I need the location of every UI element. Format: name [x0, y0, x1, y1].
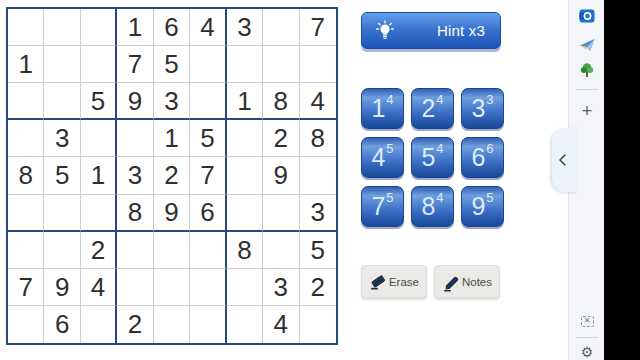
cell-r3c3[interactable]: 5 — [81, 83, 117, 120]
sudoku-board: 1643717559318431528851327989632857943262… — [6, 7, 338, 345]
notes-label: Notes — [462, 276, 499, 288]
cell-r2c4[interactable]: 7 — [117, 46, 153, 83]
cell-r2c7[interactable] — [227, 46, 263, 83]
numpad-button-1[interactable]: 14 — [361, 88, 404, 129]
cell-r9c4[interactable]: 2 — [117, 306, 153, 343]
cell-r5c6[interactable]: 7 — [190, 157, 226, 194]
cell-r2c9[interactable] — [300, 46, 336, 83]
cell-r9c6[interactable] — [190, 306, 226, 343]
erase-button[interactable]: Erase — [361, 265, 427, 298]
numpad-digit: 6 — [471, 145, 485, 170]
cell-r6c2[interactable] — [44, 195, 80, 232]
numpad-remaining-count: 4 — [436, 142, 443, 155]
cell-r2c8[interactable] — [263, 46, 299, 83]
numpad-digit: 9 — [471, 194, 485, 219]
cell-r1c9[interactable]: 7 — [300, 9, 336, 46]
numpad-remaining-count: 5 — [386, 142, 393, 155]
cell-r5c9[interactable] — [300, 157, 336, 194]
cell-r1c6[interactable]: 4 — [190, 9, 226, 46]
cell-r3c4[interactable]: 9 — [117, 83, 153, 120]
cell-r5c8[interactable]: 9 — [263, 157, 299, 194]
numpad-digit: 2 — [421, 96, 435, 121]
cell-r7c6[interactable] — [190, 232, 226, 269]
cell-r7c4[interactable] — [117, 232, 153, 269]
cell-r6c1[interactable] — [8, 195, 44, 232]
outlook-icon[interactable] — [569, 6, 605, 26]
cell-r4c3[interactable] — [81, 120, 117, 157]
cell-r5c1[interactable]: 8 — [8, 157, 44, 194]
hint-label: Hint x3 — [437, 22, 500, 39]
cell-r6c3[interactable] — [81, 195, 117, 232]
cell-r6c4[interactable]: 8 — [117, 195, 153, 232]
paper-plane-icon[interactable] — [569, 35, 605, 55]
cell-r5c3[interactable]: 1 — [81, 157, 117, 194]
cell-r1c2[interactable] — [44, 9, 80, 46]
tree-icon[interactable] — [569, 60, 605, 80]
cell-r1c8[interactable] — [263, 9, 299, 46]
sidebar-collapse-tab[interactable] — [552, 128, 578, 192]
cell-r2c5[interactable]: 5 — [154, 46, 190, 83]
cell-r2c2[interactable] — [44, 46, 80, 83]
cell-r2c6[interactable] — [190, 46, 226, 83]
number-pad: 142433455466758495 — [361, 88, 504, 227]
cell-r9c3[interactable] — [81, 306, 117, 343]
numpad-remaining-count: 4 — [436, 93, 443, 106]
sidebar-divider — [576, 89, 598, 90]
cell-r1c5[interactable]: 6 — [154, 9, 190, 46]
eraser-icon — [368, 272, 388, 292]
numpad-digit: 4 — [371, 145, 385, 170]
numpad-digit: 5 — [421, 145, 435, 170]
cell-r4c7[interactable] — [227, 120, 263, 157]
numpad-button-6[interactable]: 66 — [461, 137, 504, 178]
cell-r3c5[interactable]: 3 — [154, 83, 190, 120]
hint-button[interactable]: Hint x3 — [361, 12, 501, 49]
cell-r8c8[interactable]: 3 — [263, 269, 299, 306]
cell-r6c7[interactable] — [227, 195, 263, 232]
cell-r5c2[interactable]: 5 — [44, 157, 80, 194]
cell-r7c9[interactable]: 5 — [300, 232, 336, 269]
numpad-digit: 3 — [471, 96, 485, 121]
offscreen-black-area — [604, 0, 640, 360]
numpad-digit: 7 — [371, 194, 385, 219]
numpad-button-9[interactable]: 95 — [461, 186, 504, 227]
cell-r4c2[interactable]: 3 — [44, 120, 80, 157]
notes-button[interactable]: Notes — [434, 265, 500, 298]
cell-r3c6[interactable] — [190, 83, 226, 120]
cell-r9c8[interactable]: 4 — [263, 306, 299, 343]
cell-r5c7[interactable] — [227, 157, 263, 194]
add-icon[interactable]: + — [569, 102, 605, 120]
cell-r9c7[interactable] — [227, 306, 263, 343]
cell-r2c3[interactable] — [81, 46, 117, 83]
cell-r3c9[interactable]: 4 — [300, 83, 336, 120]
cell-r3c2[interactable] — [44, 83, 80, 120]
cell-r5c4[interactable]: 3 — [117, 157, 153, 194]
pencil-icon — [441, 272, 461, 292]
numpad-button-3[interactable]: 33 — [461, 88, 504, 129]
cell-r7c7[interactable]: 8 — [227, 232, 263, 269]
cell-r6c9[interactable]: 3 — [300, 195, 336, 232]
cell-r4c8[interactable]: 2 — [263, 120, 299, 157]
numpad-remaining-count: 6 — [486, 142, 493, 155]
settings-icon[interactable]: ⚙ — [569, 344, 605, 360]
collapse-chevron-icon — [557, 153, 567, 167]
numpad-remaining-count: 5 — [486, 191, 493, 204]
lightbulb-icon — [374, 20, 396, 42]
numpad-remaining-count: 5 — [386, 191, 393, 204]
cell-r1c4[interactable]: 1 — [117, 9, 153, 46]
cell-r4c6[interactable]: 5 — [190, 120, 226, 157]
cell-r8c7[interactable] — [227, 269, 263, 306]
numpad-button-2[interactable]: 24 — [411, 88, 454, 129]
numpad-remaining-count: 3 — [486, 93, 493, 106]
sidebar-divider-bottom — [576, 337, 598, 338]
cell-r3c1[interactable] — [8, 83, 44, 120]
cell-r5c5[interactable]: 2 — [154, 157, 190, 194]
cell-r4c1[interactable] — [8, 120, 44, 157]
cell-r1c1[interactable] — [8, 9, 44, 46]
cell-r4c9[interactable]: 8 — [300, 120, 336, 157]
cell-r8c5[interactable] — [154, 269, 190, 306]
cell-r1c7[interactable]: 3 — [227, 9, 263, 46]
cell-r8c2[interactable]: 9 — [44, 269, 80, 306]
cell-r6c5[interactable]: 9 — [154, 195, 190, 232]
erase-label: Erase — [389, 276, 426, 288]
cell-r4c4[interactable] — [117, 120, 153, 157]
cell-r4c5[interactable]: 1 — [154, 120, 190, 157]
cell-r3c8[interactable]: 8 — [263, 83, 299, 120]
numpad-button-8[interactable]: 84 — [411, 186, 454, 227]
cell-r7c3[interactable]: 2 — [81, 232, 117, 269]
cell-r7c1[interactable] — [8, 232, 44, 269]
numpad-remaining-count: 4 — [386, 93, 393, 106]
cell-r6c8[interactable] — [263, 195, 299, 232]
cell-r8c1[interactable]: 7 — [8, 269, 44, 306]
cell-r8c9[interactable]: 2 — [300, 269, 336, 306]
cell-r9c2[interactable]: 6 — [44, 306, 80, 343]
cell-r7c8[interactable] — [263, 232, 299, 269]
cell-r3c7[interactable]: 1 — [227, 83, 263, 120]
cell-r8c6[interactable] — [190, 269, 226, 306]
cell-r8c3[interactable]: 4 — [81, 269, 117, 306]
cell-r7c5[interactable] — [154, 232, 190, 269]
cell-r6c6[interactable]: 6 — [190, 195, 226, 232]
sudoku-app: 1643717559318431528851327989632857943262… — [0, 0, 640, 360]
numpad-remaining-count: 4 — [436, 191, 443, 204]
cell-r2c1[interactable]: 1 — [8, 46, 44, 83]
numpad-button-4[interactable]: 45 — [361, 137, 404, 178]
numpad-button-5[interactable]: 54 — [411, 137, 454, 178]
numpad-digit: 8 — [421, 194, 435, 219]
cell-r9c9[interactable] — [300, 306, 336, 343]
hidden-items-icon[interactable]: ✕ — [569, 314, 605, 328]
cell-r9c1[interactable] — [8, 306, 44, 343]
cell-r8c4[interactable] — [117, 269, 153, 306]
numpad-digit: 1 — [371, 96, 385, 121]
numpad-button-7[interactable]: 75 — [361, 186, 404, 227]
cell-r7c2[interactable] — [44, 232, 80, 269]
cell-r9c5[interactable] — [154, 306, 190, 343]
cell-r1c3[interactable] — [81, 9, 117, 46]
